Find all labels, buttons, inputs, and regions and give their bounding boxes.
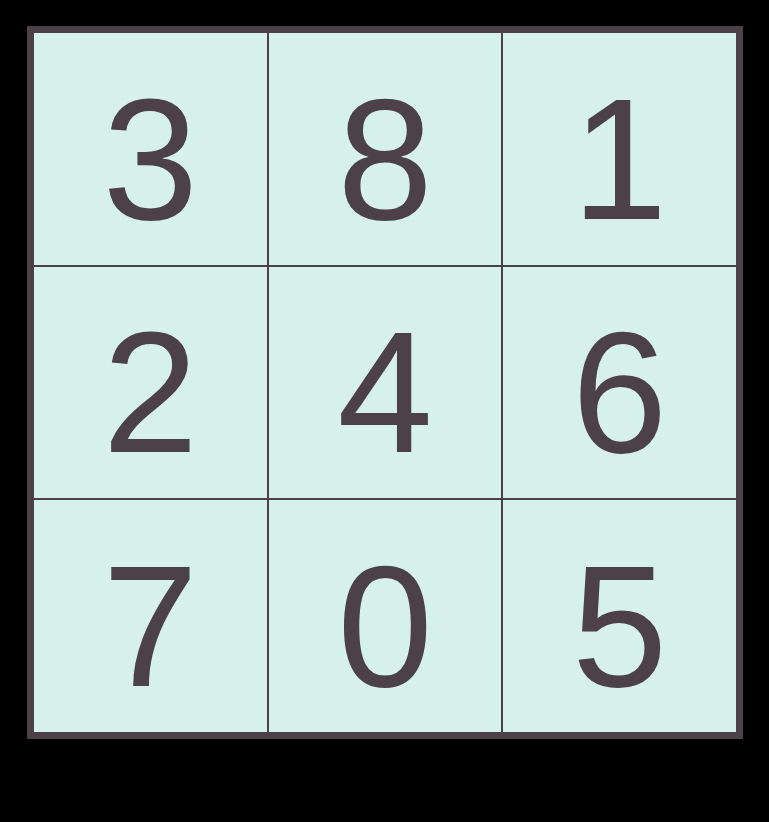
tile-digit: 2 <box>102 306 198 478</box>
puzzle-board: 3 8 1 2 4 6 7 0 5 <box>27 26 743 739</box>
tile-digit: 5 <box>572 540 668 712</box>
cell-r2c1[interactable]: 2 <box>34 267 267 499</box>
cell-r3c2[interactable]: 0 <box>269 500 502 732</box>
tile-digit: 1 <box>572 73 668 245</box>
cell-r3c3[interactable]: 5 <box>503 500 736 732</box>
cell-r2c2[interactable]: 4 <box>269 267 502 499</box>
tile-digit: 8 <box>337 73 433 245</box>
tile-digit: 4 <box>337 306 433 478</box>
tile-digit: 6 <box>572 306 668 478</box>
tile-digit: 3 <box>102 73 198 245</box>
cell-r1c3[interactable]: 1 <box>503 33 736 265</box>
cell-r2c3[interactable]: 6 <box>503 267 736 499</box>
cell-r1c2[interactable]: 8 <box>269 33 502 265</box>
cell-r3c1[interactable]: 7 <box>34 500 267 732</box>
tile-digit: 0 <box>337 540 433 712</box>
cell-r1c1[interactable]: 3 <box>34 33 267 265</box>
tile-digit: 7 <box>102 540 198 712</box>
